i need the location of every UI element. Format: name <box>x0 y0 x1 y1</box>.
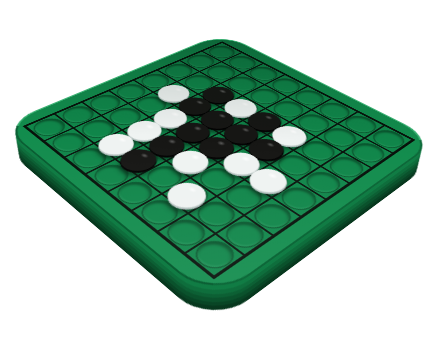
tray-top: ●●●●●●●●●●●●●●●●●●●● <box>0 33 438 302</box>
othello-board-photo: ●●●●●●●●●●●●●●●●●●●● <box>0 0 440 356</box>
board-grid: ●●●●●●●●●●●●●●●●●●●● <box>23 41 416 279</box>
